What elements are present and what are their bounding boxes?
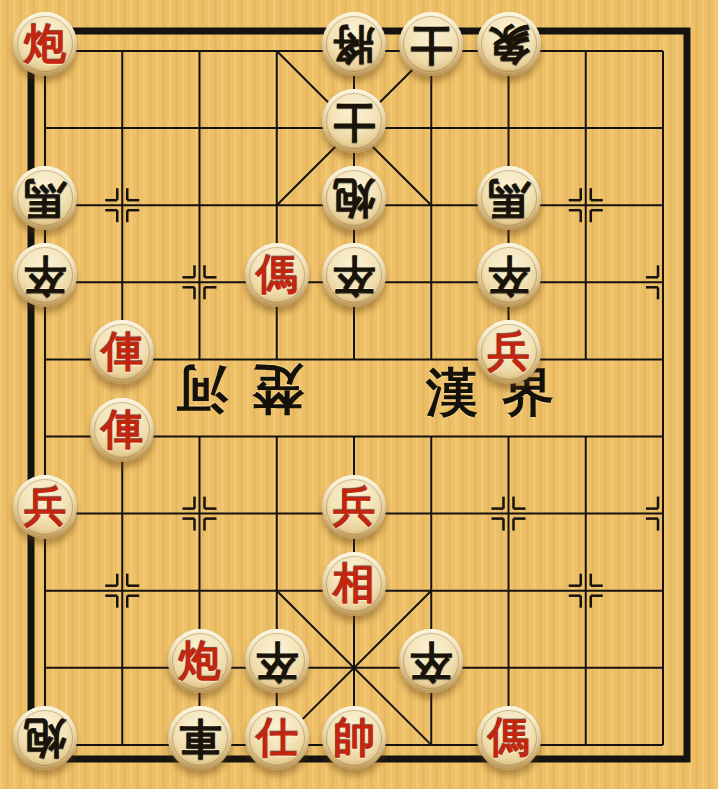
black-soldier-piece[interactable]: 卒: [322, 243, 386, 307]
piece-character: 卒: [24, 254, 66, 296]
piece-character: 士: [410, 23, 452, 65]
piece-character: 車: [179, 717, 221, 759]
black-soldier-piece[interactable]: 卒: [13, 243, 77, 307]
piece-character: 俥: [101, 409, 143, 451]
black-cannon-piece[interactable]: 炮: [322, 166, 386, 230]
black-soldier-piece[interactable]: 卒: [245, 629, 309, 693]
piece-character: 兵: [24, 486, 66, 528]
piece-character: 馬: [24, 177, 66, 219]
piece-character: 俥: [101, 331, 143, 373]
black-horse-piece[interactable]: 馬: [477, 166, 541, 230]
black-advisor-piece[interactable]: 士: [322, 89, 386, 153]
piece-character: 炮: [24, 23, 66, 65]
red-horse-piece[interactable]: 傌: [245, 243, 309, 307]
black-soldier-piece[interactable]: 卒: [477, 243, 541, 307]
black-soldier-piece[interactable]: 卒: [399, 629, 463, 693]
piece-character: 卒: [333, 254, 375, 296]
piece-character: 炮: [179, 640, 221, 682]
piece-character: 象: [488, 23, 530, 65]
piece-character: 傌: [256, 254, 298, 296]
piece-character: 將: [333, 23, 375, 65]
red-advisor-piece[interactable]: 仕: [245, 706, 309, 770]
xiangqi-board[interactable]: 楚河 漢界 炮將士象士馬炮馬卒傌卒卒俥兵俥兵兵相炮卒卒炮車仕帥傌: [0, 0, 718, 789]
black-advisor-piece[interactable]: 士: [399, 12, 463, 76]
red-chariot-piece[interactable]: 俥: [90, 398, 154, 462]
black-elephant-piece[interactable]: 象: [477, 12, 541, 76]
red-cannon-piece[interactable]: 炮: [168, 629, 232, 693]
red-soldier-piece[interactable]: 兵: [13, 475, 77, 539]
piece-character: 馬: [488, 177, 530, 219]
river-label-chu-he: 楚河: [152, 364, 304, 416]
black-chariot-piece[interactable]: 車: [168, 706, 232, 770]
black-horse-piece[interactable]: 馬: [13, 166, 77, 230]
black-cannon-piece[interactable]: 炮: [13, 706, 77, 770]
red-cannon-piece[interactable]: 炮: [13, 12, 77, 76]
piece-character: 兵: [333, 486, 375, 528]
black-general-piece[interactable]: 將: [322, 12, 386, 76]
piece-character: 兵: [488, 331, 530, 373]
red-elephant-piece[interactable]: 相: [322, 552, 386, 616]
red-soldier-piece[interactable]: 兵: [322, 475, 386, 539]
red-general-piece[interactable]: 帥: [322, 706, 386, 770]
piece-character: 士: [333, 100, 375, 142]
piece-character: 炮: [333, 177, 375, 219]
piece-character: 卒: [410, 640, 452, 682]
piece-character: 卒: [488, 254, 530, 296]
piece-character: 傌: [488, 717, 530, 759]
piece-character: 卒: [256, 640, 298, 682]
red-soldier-piece[interactable]: 兵: [477, 320, 541, 384]
piece-character: 炮: [24, 717, 66, 759]
piece-character: 帥: [333, 717, 375, 759]
piece-character: 相: [333, 563, 375, 605]
piece-character: 仕: [256, 717, 298, 759]
red-horse-piece[interactable]: 傌: [477, 706, 541, 770]
